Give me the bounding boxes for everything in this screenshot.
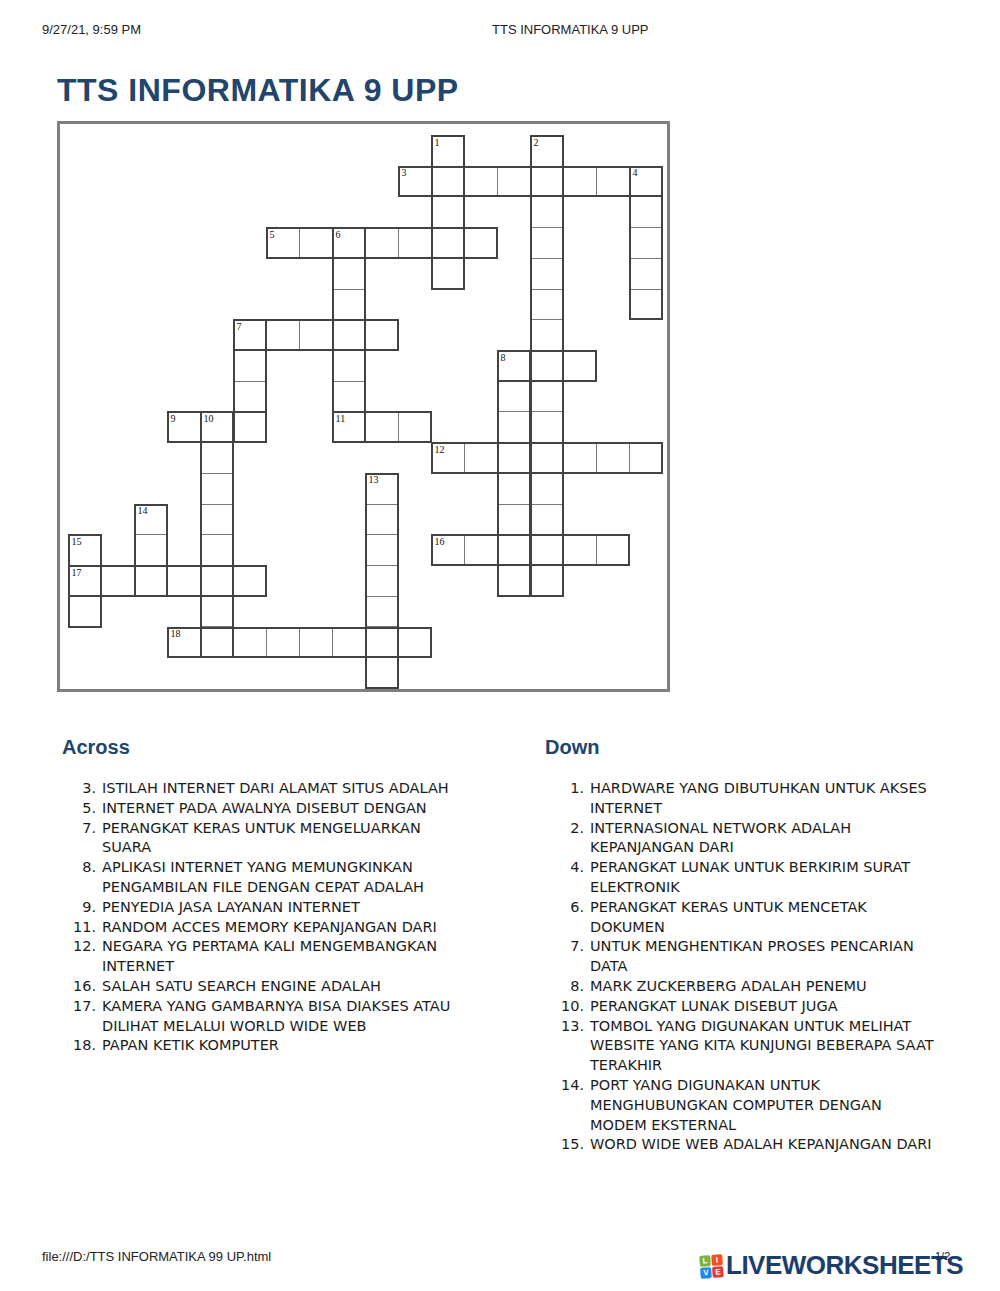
crossword-cell[interactable] (365, 596, 399, 628)
crossword-cell[interactable] (398, 166, 432, 198)
crossword-cell[interactable] (365, 534, 399, 566)
clue-text: APLIKASI INTERNET YANG MEMUNGKINKAN PENG… (102, 858, 454, 898)
crossword-cell[interactable] (233, 565, 267, 597)
crossword-cell[interactable] (431, 534, 465, 566)
crossword-cell[interactable] (530, 473, 564, 505)
clue-number: 7. (545, 937, 590, 957)
down-clue-list: 1.HARDWARE YANG DIBUTUHKAN UNTUK AKSES I… (545, 779, 975, 1155)
crossword-cell[interactable] (398, 411, 432, 443)
crossword-cell[interactable] (200, 534, 234, 566)
liveworksheets-logo-icon: LIVE (699, 1254, 724, 1279)
clue-text: NEGARA YG PERTAMA KALI MENGEMBANGKAN INT… (102, 937, 454, 977)
crossword-cell[interactable] (497, 350, 531, 382)
clue-item: 3.ISTILAH INTERNET DARI ALAMAT SITUS ADA… (62, 779, 482, 799)
crossword-cell[interactable] (530, 534, 564, 566)
crossword-cell[interactable] (497, 473, 531, 505)
clue-number: 13. (545, 1017, 590, 1037)
crossword-cell[interactable] (299, 627, 333, 659)
crossword-cell[interactable] (299, 227, 333, 259)
crossword-grid: 123456789101112131415161718 (57, 121, 670, 692)
clue-item: 10.PERANGKAT LUNAK DISEBUT JUGA (545, 997, 975, 1017)
crossword-cell[interactable] (530, 289, 564, 321)
crossword-cell[interactable] (530, 258, 564, 290)
crossword-cell[interactable] (233, 411, 267, 443)
logo-letter-square-v: V (700, 1267, 712, 1279)
clue-text: MARK ZUCKERBERG ADALAH PENEMU (590, 977, 935, 997)
crossword-cell[interactable] (299, 319, 333, 351)
clue-text: PERANGKAT LUNAK UNTUK BERKIRIM SURAT ELE… (590, 858, 935, 898)
clue-number: 4. (545, 858, 590, 878)
clue-number: 11. (62, 918, 102, 938)
clue-item: 8.MARK ZUCKERBERG ADALAH PENEMU (545, 977, 975, 997)
clue-text: PENYEDIA JASA LAYANAN INTERNET (102, 898, 454, 918)
crossword-cell[interactable] (167, 565, 201, 597)
crossword-cell[interactable] (365, 473, 399, 505)
clue-text: WORD WIDE WEB ADALAH KEPANJANGAN DARI (590, 1135, 935, 1155)
crossword-cell[interactable] (266, 627, 300, 659)
down-clues-section: Down 1.HARDWARE YANG DIBUTUHKAN UNTUK AK… (545, 736, 975, 1155)
crossword-cell[interactable] (233, 627, 267, 659)
crossword-cell[interactable] (365, 411, 399, 443)
crossword-cell[interactable] (629, 289, 663, 321)
crossword-cell[interactable] (365, 627, 399, 659)
crossword-cell[interactable] (464, 442, 498, 474)
crossword-cell[interactable] (365, 565, 399, 597)
crossword-cell[interactable] (332, 411, 366, 443)
crossword-cell[interactable] (431, 135, 465, 167)
crossword-cell[interactable] (233, 381, 267, 413)
clue-item: 13.TOMBOL YANG DIGUNAKAN UNTUK MELIHAT W… (545, 1017, 975, 1076)
clue-text: ISTILAH INTERNET DARI ALAMAT SITUS ADALA… (102, 779, 454, 799)
clue-item: 4.PERANGKAT LUNAK UNTUK BERKIRIM SURAT E… (545, 858, 975, 898)
crossword-cell[interactable] (233, 319, 267, 351)
crossword-cell[interactable] (101, 565, 135, 597)
crossword-cell[interactable] (497, 166, 531, 198)
crossword-cell[interactable] (530, 504, 564, 536)
clue-number: 16. (62, 977, 102, 997)
clue-number: 5. (62, 799, 102, 819)
clue-text: HARDWARE YANG DIBUTUHKAN UNTUK AKSES INT… (590, 779, 935, 819)
crossword-cell[interactable] (530, 442, 564, 474)
crossword-cell[interactable] (365, 319, 399, 351)
liveworksheets-logo-text: LIVEWORKSHEETS (726, 1250, 963, 1280)
clue-item: 17.KAMERA YANG GAMBARNYA BISA DIAKSES AT… (62, 997, 482, 1037)
crossword-cell[interactable] (530, 350, 564, 382)
clue-number: 7. (62, 819, 102, 839)
crossword-cell[interactable] (563, 166, 597, 198)
clue-text: SALAH SATU SEARCH ENGINE ADALAH (102, 977, 454, 997)
crossword-cell[interactable] (200, 411, 234, 443)
crossword-cell[interactable] (464, 534, 498, 566)
crossword-cell[interactable] (134, 565, 168, 597)
crossword-cell[interactable] (464, 166, 498, 198)
clue-number: 6. (545, 898, 590, 918)
crossword-cell[interactable] (200, 504, 234, 536)
logo-letter-square-i: I (711, 1254, 723, 1266)
crossword-cell[interactable] (332, 350, 366, 382)
liveworksheets-logo: LIVE LIVEWORKSHEETS (700, 1250, 963, 1280)
crossword-cell[interactable] (497, 534, 531, 566)
crossword-cell[interactable] (530, 166, 564, 198)
crossword-cell[interactable] (530, 196, 564, 228)
clue-item: 5.INTERNET PADA AWALNYA DISEBUT DENGAN (62, 799, 482, 819)
crossword-cell[interactable] (596, 166, 630, 198)
crossword-cell[interactable] (530, 381, 564, 413)
clue-item: 7.UNTUK MENGHENTIKAN PROSES PENCARIAN DA… (545, 937, 975, 977)
crossword-cell[interactable] (596, 534, 630, 566)
crossword-cell[interactable] (431, 166, 465, 198)
crossword-cell[interactable] (563, 534, 597, 566)
clue-item: 14.PORT YANG DIGUNAKAN UNTUK MENGHUBUNGK… (545, 1076, 975, 1135)
clue-text: INTERNET PADA AWALNYA DISEBUT DENGAN (102, 799, 454, 819)
down-heading: Down (545, 736, 975, 759)
clue-text: PERANGKAT KERAS UNTUK MENCETAK DOKUMEN (590, 898, 935, 938)
clue-number: 2. (545, 819, 590, 839)
logo-letter-square-e: E (712, 1266, 724, 1278)
clue-number: 1. (545, 779, 590, 799)
clue-text: TOMBOL YANG DIGUNAKAN UNTUK MELIHAT WEBS… (590, 1017, 935, 1076)
crossword-cell[interactable] (398, 627, 432, 659)
crossword-cell[interactable] (167, 627, 201, 659)
crossword-cell[interactable] (629, 258, 663, 290)
crossword-cell[interactable] (629, 442, 663, 474)
clue-number: 8. (545, 977, 590, 997)
crossword-cell[interactable] (332, 289, 366, 321)
clue-number: 18. (62, 1036, 102, 1056)
crossword-cell[interactable] (530, 135, 564, 167)
crossword-cell[interactable] (266, 227, 300, 259)
crossword-cell[interactable] (167, 411, 201, 443)
across-heading: Across (62, 736, 482, 759)
crossword-cell[interactable] (332, 258, 366, 290)
clue-item: 7.PERANGKAT KERAS UNTUK MENGELUARKAN SUA… (62, 819, 482, 859)
crossword-cell[interactable] (200, 442, 234, 474)
worksheet-title: TTS INFORMATIKA 9 UPP (57, 72, 459, 109)
crossword-cell[interactable] (233, 350, 267, 382)
clue-item: 1.HARDWARE YANG DIBUTUHKAN UNTUK AKSES I… (545, 779, 975, 819)
clue-item: 6.PERANGKAT KERAS UNTUK MENCETAK DOKUMEN (545, 898, 975, 938)
crossword-cell[interactable] (530, 227, 564, 259)
crossword-cell[interactable] (134, 504, 168, 536)
clue-number: 9. (62, 898, 102, 918)
crossword-cell[interactable] (629, 227, 663, 259)
crossword-cell[interactable] (200, 627, 234, 659)
crossword-cell[interactable] (596, 442, 630, 474)
crossword-cell[interactable] (530, 319, 564, 351)
crossword-cell[interactable] (497, 504, 531, 536)
clue-item: 2.INTERNASIONAL NETWORK ADALAH KEPANJANG… (545, 819, 975, 859)
clue-text: PAPAN KETIK KOMPUTER (102, 1036, 454, 1056)
across-clues-section: Across 3.ISTILAH INTERNET DARI ALAMAT SI… (62, 736, 482, 1056)
crossword-cell[interactable] (398, 227, 432, 259)
crossword-cell[interactable] (563, 442, 597, 474)
print-header-doc-title: TTS INFORMATIKA 9 UPP (492, 22, 649, 37)
clue-number: 14. (545, 1076, 590, 1096)
crossword-cell[interactable] (530, 411, 564, 443)
crossword-cell[interactable] (365, 227, 399, 259)
clue-item: 11.RANDOM ACCES MEMORY KEPANJANGAN DARI (62, 918, 482, 938)
crossword-cell[interactable] (68, 534, 102, 566)
print-page: 9/27/21, 9:59 PM TTS INFORMATIKA 9 UPP T… (0, 0, 1000, 1291)
crossword-cell[interactable] (629, 166, 663, 198)
crossword-cell[interactable] (497, 442, 531, 474)
clue-item: 18.PAPAN KETIK KOMPUTER (62, 1036, 482, 1056)
crossword-cell[interactable] (365, 657, 399, 689)
clue-item: 8.APLIKASI INTERNET YANG MEMUNGKINKAN PE… (62, 858, 482, 898)
crossword-cell[interactable] (431, 258, 465, 290)
clue-item: 16.SALAH SATU SEARCH ENGINE ADALAH (62, 977, 482, 997)
across-clue-list: 3.ISTILAH INTERNET DARI ALAMAT SITUS ADA… (62, 779, 482, 1056)
clue-text: PORT YANG DIGUNAKAN UNTUK MENGHUBUNGKAN … (590, 1076, 935, 1135)
crossword-cell[interactable] (68, 596, 102, 628)
crossword-cell[interactable] (431, 442, 465, 474)
clue-number: 3. (62, 779, 102, 799)
crossword-cell[interactable] (68, 565, 102, 597)
page-number: 1/2 (935, 1250, 950, 1262)
crossword-cell[interactable] (200, 473, 234, 505)
print-footer-url: file:///D:/TTS INFORMATIKA 99 UP.html (42, 1249, 271, 1264)
crossword-cell[interactable] (530, 565, 564, 597)
clue-number: 15. (545, 1135, 590, 1155)
crossword-cell[interactable] (431, 196, 465, 228)
clue-text: PERANGKAT LUNAK DISEBUT JUGA (590, 997, 935, 1017)
logo-letter-square-l: L (699, 1255, 711, 1267)
clue-text: KAMERA YANG GAMBARNYA BISA DIAKSES ATAU … (102, 997, 454, 1037)
crossword-cell[interactable] (629, 196, 663, 228)
clue-text: UNTUK MENGHENTIKAN PROSES PENCARIAN DATA (590, 937, 935, 977)
crossword-cell[interactable] (497, 411, 531, 443)
clue-number: 17. (62, 997, 102, 1017)
clue-number: 8. (62, 858, 102, 878)
clue-item: 9.PENYEDIA JASA LAYANAN INTERNET (62, 898, 482, 918)
crossword-cell[interactable] (200, 565, 234, 597)
clue-item: 12.NEGARA YG PERTAMA KALI MENGEMBANGKAN … (62, 937, 482, 977)
crossword-cell[interactable] (200, 596, 234, 628)
crossword-cell[interactable] (464, 227, 498, 259)
clue-text: RANDOM ACCES MEMORY KEPANJANGAN DARI (102, 918, 454, 938)
crossword-cell[interactable] (431, 227, 465, 259)
crossword-cell[interactable] (266, 319, 300, 351)
clue-item: 15.WORD WIDE WEB ADALAH KEPANJANGAN DARI (545, 1135, 975, 1155)
crossword-cell[interactable] (497, 381, 531, 413)
crossword-cell[interactable] (332, 319, 366, 351)
crossword-cell[interactable] (134, 534, 168, 566)
clue-number: 12. (62, 937, 102, 957)
crossword-cell[interactable] (332, 227, 366, 259)
crossword-cell[interactable] (365, 504, 399, 536)
clue-text: PERANGKAT KERAS UNTUK MENGELUARKAN SUARA (102, 819, 454, 859)
clue-number: 10. (545, 997, 590, 1017)
crossword-cell[interactable] (497, 565, 531, 597)
print-header-datetime: 9/27/21, 9:59 PM (42, 22, 141, 37)
clue-text: INTERNASIONAL NETWORK ADALAH KEPANJANGAN… (590, 819, 935, 859)
crossword-cell[interactable] (332, 381, 366, 413)
crossword-cell[interactable] (332, 627, 366, 659)
crossword-cell[interactable] (563, 350, 597, 382)
